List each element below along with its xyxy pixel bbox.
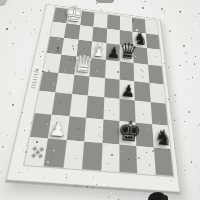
square-e6: ♟	[105, 43, 119, 61]
square-g2	[136, 122, 154, 148]
board-corner-ornament	[35, 149, 40, 154]
square-e7	[106, 28, 120, 45]
square-f7	[120, 30, 134, 47]
square-d3	[86, 96, 104, 119]
offboard-piece-partial	[148, 192, 166, 200]
square-a6	[47, 36, 64, 54]
square-c3	[69, 94, 88, 118]
square-d5	[90, 58, 106, 78]
square-g7: ♞	[133, 32, 147, 49]
square-h6	[147, 48, 162, 66]
square-e3	[103, 97, 120, 120]
square-c2	[66, 116, 86, 142]
square-f5	[120, 61, 135, 81]
square-f3	[119, 99, 135, 122]
square-g5	[134, 63, 149, 83]
square-b2: ♟	[48, 114, 69, 140]
square-e4	[104, 78, 120, 99]
square-g4	[134, 81, 150, 102]
square-c7	[78, 25, 93, 42]
square-c5: ♛	[74, 56, 91, 76]
square-h5	[148, 65, 164, 85]
square-d7	[92, 27, 106, 44]
square-b1	[44, 139, 66, 168]
square-e5	[105, 60, 120, 80]
square-h4	[149, 83, 166, 104]
chess-board-mat: ♚♞♝♟♛♛♟♟♚♞	[5, 4, 181, 195]
square-a4	[39, 71, 59, 93]
board-margin-fine-print	[31, 69, 40, 90]
square-c1	[63, 140, 84, 169]
square-f2: ♚	[119, 121, 136, 147]
square-h7	[146, 33, 160, 50]
square-g6	[133, 47, 148, 65]
square-d2	[84, 118, 103, 144]
square-f4: ♟	[120, 79, 136, 100]
square-h2: ♞	[152, 124, 170, 149]
photo-artifact-top	[96, 0, 114, 3]
chess-board-photo: ♚♞♝♟♛♛♟♟♚♞	[0, 0, 200, 200]
square-e1	[101, 144, 120, 172]
chess-board: ♚♞♝♟♛♛♟♟♚♞	[25, 8, 174, 177]
square-h3	[150, 102, 167, 125]
square-g3	[135, 101, 152, 124]
square-d6: ♝	[91, 42, 106, 60]
square-h1	[154, 148, 174, 176]
square-e2	[102, 119, 120, 145]
square-f1	[119, 145, 137, 173]
photo-artifact-corner	[0, 0, 7, 6]
square-c4	[72, 74, 90, 95]
square-f6: ♛	[120, 45, 134, 63]
square-c6	[76, 40, 92, 58]
square-d1	[82, 142, 102, 171]
square-d4	[88, 76, 105, 97]
square-g1	[137, 146, 156, 174]
